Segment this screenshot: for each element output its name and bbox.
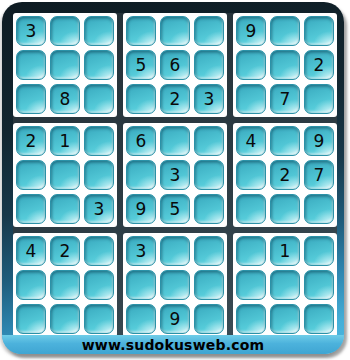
cell-r4c4[interactable]: 6 [126,126,156,156]
cell-r3c6[interactable]: 3 [194,84,224,114]
cell-r1c1[interactable]: 3 [16,16,46,46]
sudoku-box-8: 39 [123,233,227,337]
cell-r6c9[interactable] [304,194,334,224]
cell-r1c8[interactable] [270,16,300,46]
cell-r8c5[interactable] [160,270,190,300]
cell-r5c9[interactable]: 7 [304,160,334,190]
cell-r5c5[interactable]: 3 [160,160,190,190]
sudoku-puzzle-image: 3856239272136395492742391 www.sudokusweb… [0,0,350,360]
cell-r9c5[interactable]: 9 [160,304,190,334]
cell-r4c1[interactable]: 2 [16,126,46,156]
cell-r2c6[interactable] [194,50,224,80]
cell-r9c2[interactable] [50,304,80,334]
cell-r8c1[interactable] [16,270,46,300]
cell-r1c3[interactable] [84,16,114,46]
cell-r2c9[interactable]: 2 [304,50,334,80]
cell-r9c9[interactable] [304,304,334,334]
cell-r1c7[interactable]: 9 [236,16,266,46]
sudoku-box-2: 5623 [123,13,227,117]
cell-r4c7[interactable]: 4 [236,126,266,156]
cell-r1c5[interactable] [160,16,190,46]
cell-r5c7[interactable] [236,160,266,190]
cell-r8c6[interactable] [194,270,224,300]
cell-r4c2[interactable]: 1 [50,126,80,156]
cell-r6c4[interactable]: 9 [126,194,156,224]
cell-r7c7[interactable] [236,236,266,266]
cell-r6c7[interactable] [236,194,266,224]
cell-r3c3[interactable] [84,84,114,114]
cell-r2c3[interactable] [84,50,114,80]
cell-r7c4[interactable]: 3 [126,236,156,266]
cell-r6c2[interactable] [50,194,80,224]
cell-r7c5[interactable] [160,236,190,266]
cell-r1c4[interactable] [126,16,156,46]
sudoku-box-1: 38 [13,13,117,117]
cell-r5c2[interactable] [50,160,80,190]
cell-r5c3[interactable] [84,160,114,190]
cell-r6c8[interactable] [270,194,300,224]
cell-r4c9[interactable]: 9 [304,126,334,156]
cell-r7c3[interactable] [84,236,114,266]
cell-r7c1[interactable]: 4 [16,236,46,266]
sudoku-box-3: 927 [233,13,337,117]
cell-r5c1[interactable] [16,160,46,190]
cell-r9c1[interactable] [16,304,46,334]
sudoku-box-5: 6395 [123,123,227,227]
cell-r3c2[interactable]: 8 [50,84,80,114]
cell-r9c4[interactable] [126,304,156,334]
cell-r7c6[interactable] [194,236,224,266]
cell-r3c1[interactable] [16,84,46,114]
cell-r7c2[interactable]: 2 [50,236,80,266]
cell-r3c8[interactable]: 7 [270,84,300,114]
cell-r1c9[interactable] [304,16,334,46]
cell-r3c4[interactable] [126,84,156,114]
cell-r5c8[interactable]: 2 [270,160,300,190]
cell-r3c7[interactable] [236,84,266,114]
cell-r4c8[interactable] [270,126,300,156]
cell-r2c4[interactable]: 5 [126,50,156,80]
cell-r9c8[interactable] [270,304,300,334]
cell-r2c2[interactable] [50,50,80,80]
cell-r2c8[interactable] [270,50,300,80]
sudoku-board: 3856239272136395492742391 [13,13,337,337]
footer-band: www.sudokusweb.com [2,335,344,354]
cell-r2c1[interactable] [16,50,46,80]
cell-r4c3[interactable] [84,126,114,156]
cell-r9c7[interactable] [236,304,266,334]
sudoku-box-7: 42 [13,233,117,337]
cell-r8c9[interactable] [304,270,334,300]
cell-r2c5[interactable]: 6 [160,50,190,80]
sudoku-box-6: 4927 [233,123,337,227]
cell-r1c6[interactable] [194,16,224,46]
cell-r2c7[interactable] [236,50,266,80]
cell-r6c3[interactable]: 3 [84,194,114,224]
cell-r3c5[interactable]: 2 [160,84,190,114]
board-frame: 3856239272136395492742391 www.sudokusweb… [2,2,344,354]
cell-r3c9[interactable] [304,84,334,114]
site-url[interactable]: www.sudokusweb.com [82,337,265,353]
cell-r8c2[interactable] [50,270,80,300]
cell-r7c9[interactable] [304,236,334,266]
cell-r4c5[interactable] [160,126,190,156]
cell-r6c6[interactable] [194,194,224,224]
cell-r8c8[interactable] [270,270,300,300]
cell-r6c1[interactable] [16,194,46,224]
sudoku-box-9: 1 [233,233,337,337]
cell-r9c6[interactable] [194,304,224,334]
cell-r1c2[interactable] [50,16,80,46]
cell-r6c5[interactable]: 5 [160,194,190,224]
cell-r5c6[interactable] [194,160,224,190]
cell-r8c3[interactable] [84,270,114,300]
cell-r5c4[interactable] [126,160,156,190]
cell-r8c4[interactable] [126,270,156,300]
cell-r8c7[interactable] [236,270,266,300]
cell-r9c3[interactable] [84,304,114,334]
cell-r7c8[interactable]: 1 [270,236,300,266]
cell-r4c6[interactable] [194,126,224,156]
sudoku-box-4: 213 [13,123,117,227]
